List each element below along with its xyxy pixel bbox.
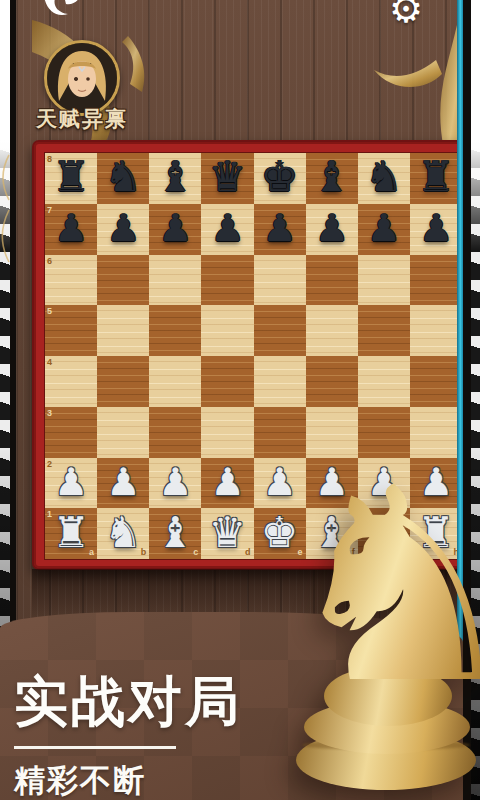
square-h5[interactable]	[410, 305, 457, 356]
piece-black-pawn: ♟	[158, 209, 192, 247]
rank-label-5: 5	[47, 307, 52, 316]
square-e4[interactable]	[254, 356, 306, 407]
square-d5[interactable]	[201, 305, 253, 356]
square-g6[interactable]	[358, 255, 410, 306]
square-c2[interactable]: ♟	[149, 458, 201, 509]
square-g8[interactable]: ♞	[358, 153, 410, 204]
banner-divider	[14, 746, 176, 749]
piece-black-bishop: ♝	[156, 156, 194, 198]
square-a2[interactable]: 2♟	[45, 458, 97, 509]
piece-white-pawn: ♟	[158, 463, 192, 501]
square-d2[interactable]: ♟	[201, 458, 253, 509]
square-f8[interactable]: ♝	[306, 153, 358, 204]
gold-swirl-decoration	[0, 150, 10, 290]
piece-black-pawn: ♟	[367, 209, 401, 247]
square-g7[interactable]: ♟	[358, 204, 410, 255]
piece-black-knight: ♞	[104, 156, 142, 198]
piece-black-queen: ♛	[209, 156, 247, 198]
square-c8[interactable]: ♝	[149, 153, 201, 204]
square-b1[interactable]: b♞	[97, 508, 149, 559]
square-f7[interactable]: ♟	[306, 204, 358, 255]
rank-label-6: 6	[47, 257, 52, 266]
avatar-face	[47, 43, 117, 113]
square-g4[interactable]	[358, 356, 410, 407]
piece-black-pawn: ♟	[263, 209, 297, 247]
square-a3[interactable]: 3	[45, 407, 97, 458]
knight-figure: ♞	[277, 452, 480, 720]
square-b5[interactable]	[97, 305, 149, 356]
piece-black-bishop: ♝	[313, 156, 351, 198]
square-f5[interactable]	[306, 305, 358, 356]
piece-white-rook: ♜	[52, 512, 90, 554]
piece-black-pawn: ♟	[54, 209, 88, 247]
square-c4[interactable]	[149, 356, 201, 407]
piece-black-pawn: ♟	[210, 209, 244, 247]
piece-white-bishop: ♝	[156, 512, 194, 554]
square-d4[interactable]	[201, 356, 253, 407]
rank-label-2: 2	[47, 460, 52, 469]
square-b8[interactable]: ♞	[97, 153, 149, 204]
square-e6[interactable]	[254, 255, 306, 306]
piece-black-pawn: ♟	[106, 209, 140, 247]
square-b2[interactable]: ♟	[97, 458, 149, 509]
piece-black-rook: ♜	[52, 156, 90, 198]
piece-black-pawn: ♟	[419, 209, 453, 247]
square-d8[interactable]: ♛	[201, 153, 253, 204]
golden-knight-statue: ♞	[288, 452, 480, 800]
rank-label-7: 7	[47, 206, 52, 215]
square-h8[interactable]: ♜	[410, 153, 457, 204]
white-crown-ornament-icon	[42, 0, 82, 20]
rank-label-4: 4	[47, 358, 52, 367]
square-b3[interactable]	[97, 407, 149, 458]
square-c1[interactable]: c♝	[149, 508, 201, 559]
square-e5[interactable]	[254, 305, 306, 356]
square-a7[interactable]: 7♟	[45, 204, 97, 255]
square-f4[interactable]	[306, 356, 358, 407]
square-a6[interactable]: 6	[45, 255, 97, 306]
piece-black-knight: ♞	[365, 156, 403, 198]
square-c6[interactable]	[149, 255, 201, 306]
square-d3[interactable]	[201, 407, 253, 458]
square-c5[interactable]	[149, 305, 201, 356]
square-h7[interactable]: ♟	[410, 204, 457, 255]
square-h6[interactable]	[410, 255, 457, 306]
piece-white-knight: ♞	[104, 512, 142, 554]
square-g5[interactable]	[358, 305, 410, 356]
piece-black-king: ♚	[261, 156, 299, 198]
square-a4[interactable]: 4	[45, 356, 97, 407]
square-b4[interactable]	[97, 356, 149, 407]
square-f6[interactable]	[306, 255, 358, 306]
square-d6[interactable]	[201, 255, 253, 306]
square-d1[interactable]: d♛	[201, 508, 253, 559]
square-b7[interactable]: ♟	[97, 204, 149, 255]
rank-label-3: 3	[47, 409, 52, 418]
square-a8[interactable]: 8♜	[45, 153, 97, 204]
piece-white-pawn: ♟	[106, 463, 140, 501]
banner-title: 实战对局	[14, 666, 242, 739]
piece-black-rook: ♜	[417, 156, 455, 198]
square-c3[interactable]	[149, 407, 201, 458]
square-d7[interactable]: ♟	[201, 204, 253, 255]
square-c7[interactable]: ♟	[149, 204, 201, 255]
square-e7[interactable]: ♟	[254, 204, 306, 255]
piece-black-pawn: ♟	[315, 209, 349, 247]
square-a5[interactable]: 5	[45, 305, 97, 356]
square-a1[interactable]: 1a♜	[45, 508, 97, 559]
settings-gear-icon[interactable]: ⚙	[389, 0, 423, 28]
square-b6[interactable]	[97, 255, 149, 306]
piece-white-queen: ♛	[209, 512, 247, 554]
piece-white-pawn: ♟	[210, 463, 244, 501]
banner-subtitle: 精彩不断	[14, 760, 146, 800]
square-h4[interactable]	[410, 356, 457, 407]
player-title-label: 天赋异禀	[36, 105, 128, 133]
square-e8[interactable]: ♚	[254, 153, 306, 204]
piece-white-pawn: ♟	[54, 463, 88, 501]
